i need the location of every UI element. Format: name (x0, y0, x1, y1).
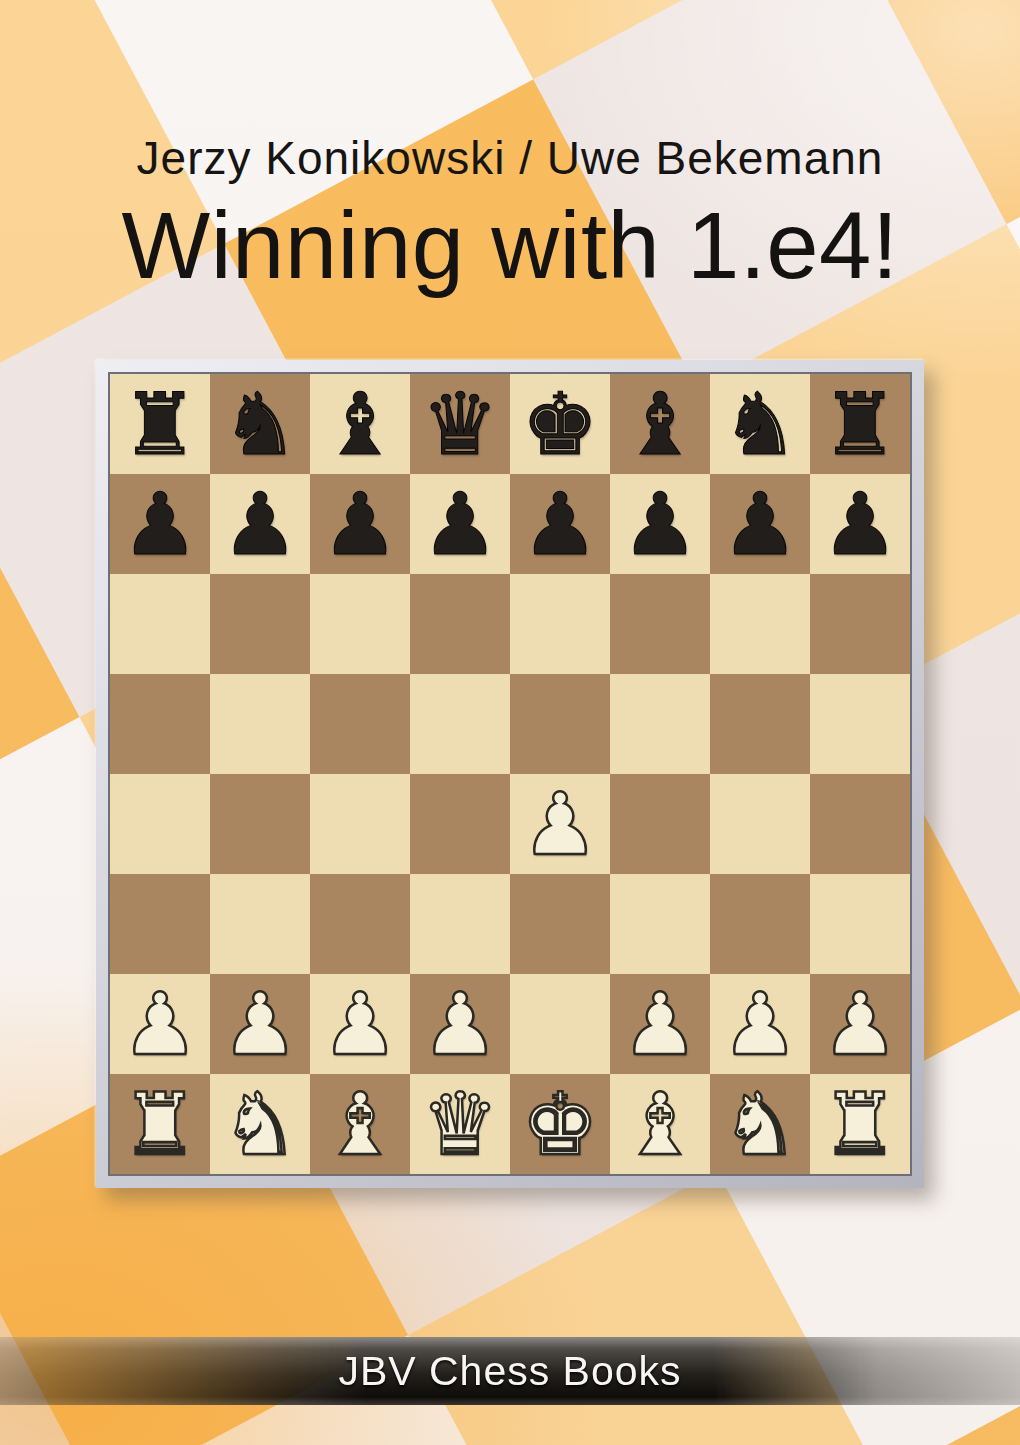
square-c6 (310, 574, 410, 674)
square-a7: ♟ (110, 474, 210, 574)
piece-white-pawn-d2: ♟ (421, 981, 498, 1067)
piece-white-pawn-h2: ♟ (821, 981, 898, 1067)
square-e4: ♟ (510, 774, 610, 874)
piece-white-pawn-b2: ♟ (221, 981, 298, 1067)
piece-black-knight-g8: ♞ (721, 381, 798, 467)
square-b4 (210, 774, 310, 874)
publisher-banner: JBV Chess Books (0, 1337, 1020, 1405)
square-b3 (210, 874, 310, 974)
square-g8: ♞ (710, 374, 810, 474)
piece-black-pawn-a7: ♟ (121, 481, 198, 567)
square-f3 (610, 874, 710, 974)
piece-white-pawn-f2: ♟ (621, 981, 698, 1067)
piece-white-pawn-g2: ♟ (721, 981, 798, 1067)
piece-black-pawn-c7: ♟ (321, 481, 398, 567)
square-g6 (710, 574, 810, 674)
square-a1: ♜ (110, 1074, 210, 1174)
square-c8: ♝ (310, 374, 410, 474)
square-b1: ♞ (210, 1074, 310, 1174)
piece-black-pawn-b7: ♟ (221, 481, 298, 567)
square-b8: ♞ (210, 374, 310, 474)
piece-black-rook-a8: ♜ (121, 381, 198, 467)
square-d6 (410, 574, 510, 674)
piece-white-rook-h1: ♜ (821, 1081, 898, 1167)
square-c4 (310, 774, 410, 874)
piece-black-bishop-f8: ♝ (621, 381, 698, 467)
square-d8: ♛ (410, 374, 510, 474)
square-g5 (710, 674, 810, 774)
square-h3 (810, 874, 910, 974)
square-h6 (810, 574, 910, 674)
piece-black-pawn-d7: ♟ (421, 481, 498, 567)
book-title: Winning with 1.e4! (0, 192, 1020, 300)
piece-black-pawn-g7: ♟ (721, 481, 798, 567)
square-d5 (410, 674, 510, 774)
square-c3 (310, 874, 410, 974)
square-a3 (110, 874, 210, 974)
piece-white-pawn-c2: ♟ (321, 981, 398, 1067)
square-c7: ♟ (310, 474, 410, 574)
book-cover: Jerzy Konikowski / Uwe Bekemann Winning … (0, 0, 1020, 1445)
square-f4 (610, 774, 710, 874)
piece-white-pawn-a2: ♟ (121, 981, 198, 1067)
square-g3 (710, 874, 810, 974)
author-names: Jerzy Konikowski / Uwe Bekemann (0, 131, 1020, 185)
square-c2: ♟ (310, 974, 410, 1074)
square-d1: ♛ (410, 1074, 510, 1174)
square-b7: ♟ (210, 474, 310, 574)
piece-white-king-e1: ♚ (521, 1081, 598, 1167)
square-g1: ♞ (710, 1074, 810, 1174)
square-b6 (210, 574, 310, 674)
piece-white-pawn-e4: ♟ (521, 781, 598, 867)
square-e1: ♚ (510, 1074, 610, 1174)
square-f7: ♟ (610, 474, 710, 574)
piece-black-pawn-f7: ♟ (621, 481, 698, 567)
piece-white-rook-a1: ♜ (121, 1081, 198, 1167)
piece-black-rook-h8: ♜ (821, 381, 898, 467)
piece-black-pawn-h7: ♟ (821, 481, 898, 567)
piece-black-bishop-c8: ♝ (321, 381, 398, 467)
square-b5 (210, 674, 310, 774)
square-a5 (110, 674, 210, 774)
publisher-name: JBV Chess Books (338, 1348, 681, 1395)
piece-black-knight-b8: ♞ (221, 381, 298, 467)
square-g4 (710, 774, 810, 874)
square-h2: ♟ (810, 974, 910, 1074)
square-e8: ♚ (510, 374, 610, 474)
square-a6 (110, 574, 210, 674)
piece-white-bishop-c1: ♝ (321, 1081, 398, 1167)
square-b2: ♟ (210, 974, 310, 1074)
square-f5 (610, 674, 710, 774)
piece-white-bishop-f1: ♝ (621, 1081, 698, 1167)
chess-board-frame: ♜♞♝♛♚♝♞♜♟♟♟♟♟♟♟♟♟♟♟♟♟♟♟♟♜♞♝♛♚♝♞♜ (96, 360, 924, 1188)
square-f1: ♝ (610, 1074, 710, 1174)
square-e7: ♟ (510, 474, 610, 574)
square-g7: ♟ (710, 474, 810, 574)
square-a2: ♟ (110, 974, 210, 1074)
square-h7: ♟ (810, 474, 910, 574)
chess-board: ♜♞♝♛♚♝♞♜♟♟♟♟♟♟♟♟♟♟♟♟♟♟♟♟♜♞♝♛♚♝♞♜ (110, 374, 910, 1174)
square-e3 (510, 874, 610, 974)
square-d7: ♟ (410, 474, 510, 574)
square-d3 (410, 874, 510, 974)
piece-black-king-e8: ♚ (521, 381, 598, 467)
square-e2 (510, 974, 610, 1074)
square-e5 (510, 674, 610, 774)
square-h5 (810, 674, 910, 774)
square-e6 (510, 574, 610, 674)
square-f8: ♝ (610, 374, 710, 474)
square-a4 (110, 774, 210, 874)
square-c1: ♝ (310, 1074, 410, 1174)
square-d2: ♟ (410, 974, 510, 1074)
piece-black-pawn-e7: ♟ (521, 481, 598, 567)
piece-white-queen-d1: ♛ (421, 1081, 498, 1167)
square-h8: ♜ (810, 374, 910, 474)
square-d4 (410, 774, 510, 874)
square-a8: ♜ (110, 374, 210, 474)
square-c5 (310, 674, 410, 774)
square-h1: ♜ (810, 1074, 910, 1174)
piece-black-queen-d8: ♛ (421, 381, 498, 467)
square-f6 (610, 574, 710, 674)
square-g2: ♟ (710, 974, 810, 1074)
piece-white-knight-g1: ♞ (721, 1081, 798, 1167)
piece-white-knight-b1: ♞ (221, 1081, 298, 1167)
square-h4 (810, 774, 910, 874)
square-f2: ♟ (610, 974, 710, 1074)
